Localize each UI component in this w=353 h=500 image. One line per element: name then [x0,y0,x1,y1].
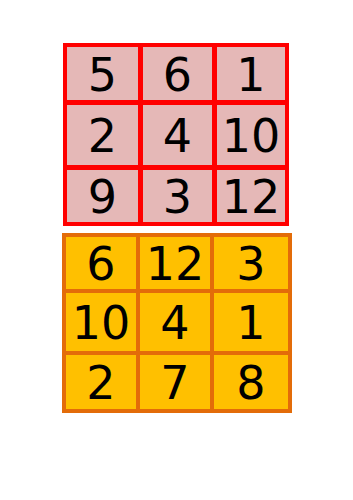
red-grid-cell-r2c2: 4 [143,105,212,165]
orange-grid-cell-r3c3: 8 [214,355,288,409]
orange-grid-cell-r2c2: 4 [140,293,210,351]
orange-grid-cell-r3c2: 7 [140,355,210,409]
orange-grid-cell-r1c1: 6 [66,237,136,289]
red-grid-cell-r3c1: 9 [67,170,138,222]
number-grid-orange: 6 12 3 10 4 1 2 7 8 [62,233,292,413]
red-grid-cell-r2c1: 2 [67,105,138,165]
orange-grid-cell-r3c1: 2 [66,355,136,409]
red-grid-cell-r2c3: 10 [217,105,285,165]
red-grid-cell-r1c2: 6 [143,47,212,100]
red-grid-cell-r1c1: 5 [67,47,138,100]
orange-grid-cell-r2c1: 10 [66,293,136,351]
orange-grid-cell-r1c2: 12 [140,237,210,289]
red-grid-cell-r3c3: 12 [217,170,285,222]
number-grid-red: 5 6 1 2 4 10 9 3 12 [63,43,289,226]
orange-grid-cell-r2c3: 1 [214,293,288,351]
red-grid-cell-r1c3: 1 [217,47,285,100]
red-grid-cell-r3c2: 3 [143,170,212,222]
orange-grid-cell-r1c3: 3 [214,237,288,289]
worksheet-page: 5 6 1 2 4 10 9 3 12 6 12 3 10 4 1 2 7 8 [0,0,353,500]
